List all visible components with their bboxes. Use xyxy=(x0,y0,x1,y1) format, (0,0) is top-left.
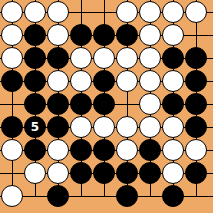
intersection-r5c6[interactable] xyxy=(116,93,139,116)
intersection-r4c3[interactable] xyxy=(47,70,70,93)
white-stone xyxy=(162,1,184,23)
intersection-r2c7[interactable] xyxy=(139,24,162,47)
white-stone xyxy=(24,1,46,23)
black-stone xyxy=(1,70,23,92)
intersection-r6c9[interactable] xyxy=(185,116,208,139)
board-cells: 5 xyxy=(0,0,213,213)
black-stone xyxy=(24,47,46,69)
intersection-r3c7[interactable] xyxy=(139,47,162,70)
intersection-r4c7[interactable] xyxy=(139,70,162,93)
black-stone xyxy=(93,24,115,46)
intersection-r8c6[interactable] xyxy=(116,162,139,185)
intersection-r5c7[interactable] xyxy=(139,93,162,116)
intersection-r3c8[interactable] xyxy=(162,47,185,70)
intersection-r9c5[interactable] xyxy=(93,185,116,208)
black-stone xyxy=(24,24,46,46)
intersection-r7c5[interactable] xyxy=(93,139,116,162)
intersection-r2c2[interactable] xyxy=(24,24,47,47)
black-stone xyxy=(162,93,184,115)
intersection-r5c3[interactable] xyxy=(47,93,70,116)
intersection-r6c8[interactable] xyxy=(162,116,185,139)
intersection-r3c1[interactable] xyxy=(1,47,24,70)
intersection-r8c1[interactable] xyxy=(1,162,24,185)
intersection-r5c2[interactable] xyxy=(24,93,47,116)
black-stone xyxy=(93,93,115,115)
intersection-r8c7[interactable] xyxy=(139,162,162,185)
intersection-r9c8[interactable] xyxy=(162,185,185,208)
white-stone xyxy=(185,139,207,161)
white-stone xyxy=(1,47,23,69)
black-stone xyxy=(185,47,207,69)
intersection-r1c9[interactable] xyxy=(185,1,208,24)
black-stone xyxy=(24,93,46,115)
intersection-r5c4[interactable] xyxy=(70,93,93,116)
white-stone xyxy=(162,162,184,184)
intersection-r6c6[interactable] xyxy=(116,116,139,139)
white-stone xyxy=(24,162,46,184)
black-stone xyxy=(47,47,69,69)
black-stone xyxy=(70,93,92,115)
black-stone xyxy=(24,139,46,161)
move-number-label: 5 xyxy=(31,121,39,133)
black-stone xyxy=(47,116,69,138)
intersection-r5c5[interactable] xyxy=(93,93,116,116)
go-board[interactable]: 5 xyxy=(0,0,213,213)
intersection-r4c1[interactable] xyxy=(1,70,24,93)
white-stone xyxy=(47,24,69,46)
intersection-r2c1[interactable] xyxy=(1,24,24,47)
intersection-r8c5[interactable] xyxy=(93,162,116,185)
intersection-r4c6[interactable] xyxy=(116,70,139,93)
intersection-r3c5[interactable] xyxy=(93,47,116,70)
intersection-r8c2[interactable] xyxy=(24,162,47,185)
intersection-r6c5[interactable] xyxy=(93,116,116,139)
white-stone xyxy=(93,47,115,69)
intersection-r9c7[interactable] xyxy=(139,185,162,208)
black-stone xyxy=(139,162,161,184)
white-stone xyxy=(93,116,115,138)
intersection-r2c9[interactable] xyxy=(185,24,208,47)
intersection-r5c1[interactable] xyxy=(1,93,24,116)
white-stone xyxy=(1,139,23,161)
white-stone xyxy=(70,47,92,69)
intersection-r1c3[interactable] xyxy=(47,1,70,24)
intersection-r1c8[interactable] xyxy=(162,1,185,24)
white-stone xyxy=(162,70,184,92)
intersection-r2c5[interactable] xyxy=(93,24,116,47)
intersection-r1c4[interactable] xyxy=(70,1,93,24)
white-stone xyxy=(1,185,23,207)
intersection-r9c3[interactable] xyxy=(47,185,70,208)
intersection-r5c9[interactable] xyxy=(185,93,208,116)
intersection-r7c9[interactable] xyxy=(185,139,208,162)
intersection-r6c2[interactable]: 5 xyxy=(24,116,47,139)
intersection-r5c8[interactable] xyxy=(162,93,185,116)
intersection-r7c1[interactable] xyxy=(1,139,24,162)
white-stone xyxy=(1,24,23,46)
intersection-r8c8[interactable] xyxy=(162,162,185,185)
black-stone xyxy=(162,185,184,207)
intersection-r3c6[interactable] xyxy=(116,47,139,70)
black-stone xyxy=(185,116,207,138)
intersection-r4c4[interactable] xyxy=(70,70,93,93)
intersection-r2c8[interactable] xyxy=(162,24,185,47)
black-stone xyxy=(185,93,207,115)
white-stone xyxy=(162,24,184,46)
white-stone xyxy=(70,116,92,138)
intersection-r3c4[interactable] xyxy=(70,47,93,70)
intersection-r9c6[interactable] xyxy=(116,185,139,208)
black-stone xyxy=(116,162,138,184)
intersection-r7c4[interactable] xyxy=(70,139,93,162)
black-stone xyxy=(47,185,69,207)
intersection-r6c4[interactable] xyxy=(70,116,93,139)
white-stone xyxy=(1,1,23,23)
intersection-r9c1[interactable] xyxy=(1,185,24,208)
black-stone xyxy=(93,162,115,184)
black-stone xyxy=(47,93,69,115)
white-stone xyxy=(116,116,138,138)
white-stone xyxy=(116,47,138,69)
intersection-r1c7[interactable] xyxy=(139,1,162,24)
white-stone xyxy=(139,93,161,115)
intersection-r4c8[interactable] xyxy=(162,70,185,93)
intersection-r1c1[interactable] xyxy=(1,1,24,24)
intersection-r3c9[interactable] xyxy=(185,47,208,70)
black-stone xyxy=(70,24,92,46)
intersection-r1c2[interactable] xyxy=(24,1,47,24)
black-stone xyxy=(93,70,115,92)
intersection-r9c4[interactable] xyxy=(70,185,93,208)
intersection-r6c1[interactable] xyxy=(1,116,24,139)
white-stone xyxy=(139,47,161,69)
intersection-r6c7[interactable] xyxy=(139,116,162,139)
black-stone xyxy=(1,116,23,138)
intersection-r3c2[interactable] xyxy=(24,47,47,70)
black-stone xyxy=(70,139,92,161)
black-stone xyxy=(185,162,207,184)
white-stone xyxy=(139,1,161,23)
white-stone xyxy=(47,1,69,23)
intersection-r7c8[interactable] xyxy=(162,139,185,162)
white-stone xyxy=(139,70,161,92)
white-stone xyxy=(139,116,161,138)
white-stone xyxy=(47,139,69,161)
white-stone xyxy=(70,70,92,92)
intersection-r1c6[interactable] xyxy=(116,1,139,24)
intersection-r4c5[interactable] xyxy=(93,70,116,93)
intersection-r3c3[interactable] xyxy=(47,47,70,70)
intersection-r9c2[interactable] xyxy=(24,185,47,208)
intersection-r6c3[interactable] xyxy=(47,116,70,139)
intersection-r7c7[interactable] xyxy=(139,139,162,162)
white-stone xyxy=(162,139,184,161)
black-stone xyxy=(116,185,138,207)
white-stone xyxy=(116,139,138,161)
intersection-r2c4[interactable] xyxy=(70,24,93,47)
intersection-r7c3[interactable] xyxy=(47,139,70,162)
black-stone xyxy=(162,47,184,69)
intersection-r4c2[interactable] xyxy=(24,70,47,93)
white-stone xyxy=(116,1,138,23)
black-stone xyxy=(24,70,46,92)
white-stone xyxy=(162,116,184,138)
black-stone xyxy=(116,24,138,46)
intersection-r2c6[interactable] xyxy=(116,24,139,47)
black-stone xyxy=(185,70,207,92)
intersection-r7c2[interactable] xyxy=(24,139,47,162)
intersection-r4c9[interactable] xyxy=(185,70,208,93)
intersection-r8c4[interactable] xyxy=(70,162,93,185)
intersection-r1c5[interactable] xyxy=(93,1,116,24)
intersection-r8c3[interactable] xyxy=(47,162,70,185)
black-stone xyxy=(93,139,115,161)
intersection-r8c9[interactable] xyxy=(185,162,208,185)
black-stone: 5 xyxy=(24,116,46,138)
white-stone xyxy=(47,70,69,92)
white-stone xyxy=(185,1,207,23)
black-stone xyxy=(70,162,92,184)
black-stone xyxy=(139,139,161,161)
white-stone xyxy=(139,24,161,46)
intersection-r2c3[interactable] xyxy=(47,24,70,47)
intersection-r7c6[interactable] xyxy=(116,139,139,162)
intersection-r9c9[interactable] xyxy=(185,185,208,208)
white-stone xyxy=(47,162,69,184)
white-stone xyxy=(116,70,138,92)
